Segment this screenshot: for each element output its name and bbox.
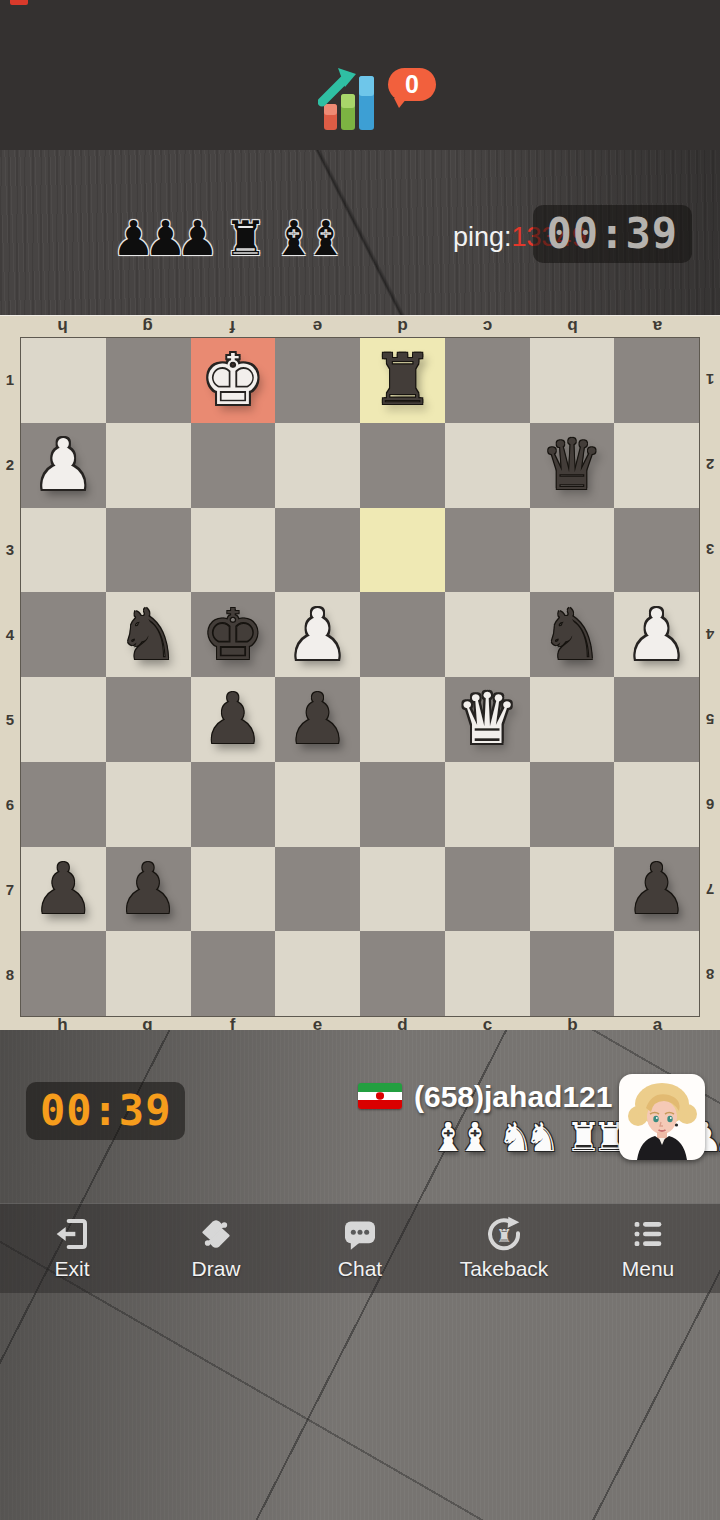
rank-labels-right: 12345678 xyxy=(700,337,720,1017)
square-c6[interactable] xyxy=(445,762,530,847)
captured-white-group-0: ♝♝ xyxy=(430,1114,484,1160)
file-label-g: g xyxy=(105,316,190,337)
rank-label-5: 5 xyxy=(0,677,20,762)
square-c5[interactable]: ♛ xyxy=(445,677,530,762)
square-b5[interactable] xyxy=(530,677,615,762)
iran-flag-icon xyxy=(358,1083,402,1109)
square-d3[interactable] xyxy=(360,508,445,593)
status-header: 0 xyxy=(0,0,720,150)
square-h2[interactable]: ♟ xyxy=(21,423,106,508)
square-f7[interactable] xyxy=(191,847,276,932)
draw-label: Draw xyxy=(191,1257,240,1281)
menu-button[interactable]: Menu xyxy=(576,1204,720,1293)
square-f6[interactable] xyxy=(191,762,276,847)
square-a5[interactable] xyxy=(614,677,699,762)
handshake-icon xyxy=(195,1214,237,1254)
file-label-f: f xyxy=(190,316,275,337)
square-g1[interactable] xyxy=(106,338,191,423)
square-b7[interactable] xyxy=(530,847,615,932)
square-f8[interactable] xyxy=(191,931,276,1016)
menu-icon xyxy=(627,1214,669,1254)
square-d1[interactable]: ♜ xyxy=(360,338,445,423)
square-h1[interactable] xyxy=(21,338,106,423)
exit-label: Exit xyxy=(54,1257,89,1281)
file-labels-top: hgfedcba xyxy=(20,316,700,337)
square-d5[interactable] xyxy=(360,677,445,762)
square-d7[interactable] xyxy=(360,847,445,932)
square-a2[interactable] xyxy=(614,423,699,508)
square-d8[interactable] xyxy=(360,931,445,1016)
rank-label-7: 7 xyxy=(700,847,720,932)
file-label-b: b xyxy=(530,316,615,337)
square-e8[interactable] xyxy=(275,931,360,1016)
square-b8[interactable] xyxy=(530,931,615,1016)
file-label-a: a xyxy=(615,316,700,337)
rank-label-2: 2 xyxy=(0,422,20,507)
bottom-toolbar: Exit Draw Chat ♜ xyxy=(0,1203,720,1293)
square-a4[interactable]: ♟ xyxy=(614,592,699,677)
rank-label-7: 7 xyxy=(0,847,20,932)
message-count-badge: 0 xyxy=(388,68,436,101)
flag-emblem xyxy=(376,1092,384,1100)
captured-white-group-2: ♜♜ xyxy=(565,1114,619,1160)
badge-count: 0 xyxy=(405,72,419,97)
rank-label-6: 6 xyxy=(700,762,720,847)
piece-wP-a4[interactable]: ♟ xyxy=(625,600,688,670)
square-b1[interactable] xyxy=(530,338,615,423)
square-f5[interactable]: ♟ xyxy=(191,677,276,762)
rank-label-4: 4 xyxy=(700,592,720,677)
captured-black-group-0: ♟♟♟ xyxy=(112,210,208,266)
svg-text:♜: ♜ xyxy=(496,1226,512,1246)
rank-label-8: 8 xyxy=(0,932,20,1017)
square-c4[interactable] xyxy=(445,592,530,677)
square-c7[interactable] xyxy=(445,847,530,932)
rank-labels-left: 12345678 xyxy=(0,337,20,1017)
rank-label-5: 5 xyxy=(700,677,720,762)
piece-bN-b4[interactable]: ♞ xyxy=(540,600,603,670)
square-e7[interactable] xyxy=(275,847,360,932)
exit-button[interactable]: Exit xyxy=(0,1204,144,1293)
square-a3[interactable] xyxy=(614,508,699,593)
square-g2[interactable] xyxy=(106,423,191,508)
square-b4[interactable]: ♞ xyxy=(530,592,615,677)
piece-bP-e5[interactable]: ♟ xyxy=(286,684,349,754)
menu-label: Menu xyxy=(622,1257,675,1281)
square-g5[interactable] xyxy=(106,677,191,762)
ping-label: ping: xyxy=(453,222,512,252)
square-d2[interactable] xyxy=(360,423,445,508)
bar-chart-arrow-icon xyxy=(318,60,384,132)
square-a1[interactable] xyxy=(614,338,699,423)
square-b2[interactable]: ♛ xyxy=(530,423,615,508)
square-a7[interactable]: ♟ xyxy=(614,847,699,932)
chat-button[interactable]: Chat xyxy=(288,1204,432,1293)
square-e5[interactable]: ♟ xyxy=(275,677,360,762)
square-h4[interactable] xyxy=(21,592,106,677)
square-e2[interactable] xyxy=(275,423,360,508)
square-f4[interactable]: ♚ xyxy=(191,592,276,677)
rank-label-3: 3 xyxy=(0,507,20,592)
avatar-portrait xyxy=(619,1074,705,1160)
square-f2[interactable] xyxy=(191,423,276,508)
square-h3[interactable] xyxy=(21,508,106,593)
flag-white-stripe xyxy=(358,1092,402,1100)
piece-bP-a7[interactable]: ♟ xyxy=(625,854,688,924)
square-g7[interactable]: ♟ xyxy=(106,847,191,932)
flag-red-stripe xyxy=(358,1100,402,1109)
takeback-icon: ♜ xyxy=(483,1214,525,1254)
piece-wK-f1[interactable]: ♚ xyxy=(201,345,264,415)
piece-bP-g7[interactable]: ♟ xyxy=(117,854,180,924)
board-grid: ♚♜♟♛♞♚♟♞♟♟♟♛♟♟♟ xyxy=(20,337,700,1017)
square-b3[interactable] xyxy=(530,508,615,593)
captured-black-group-1: ♜ xyxy=(224,210,256,266)
square-g8[interactable] xyxy=(106,931,191,1016)
piece-bN-g4[interactable]: ♞ xyxy=(117,600,180,670)
badge-tail xyxy=(394,98,407,108)
file-label-d: d xyxy=(360,316,445,337)
file-label-h: h xyxy=(20,316,105,337)
square-e4[interactable]: ♟ xyxy=(275,592,360,677)
square-h7[interactable]: ♟ xyxy=(21,847,106,932)
rank-label-2: 2 xyxy=(700,422,720,507)
player-name: (658)jahad121 xyxy=(414,1080,612,1114)
square-b6[interactable] xyxy=(530,762,615,847)
square-d4[interactable] xyxy=(360,592,445,677)
square-g6[interactable] xyxy=(106,762,191,847)
takeback-button[interactable]: ♜ Takeback xyxy=(432,1204,576,1293)
player-avatar[interactable] xyxy=(619,1074,705,1160)
exit-icon xyxy=(51,1214,93,1254)
rank-label-6: 6 xyxy=(0,762,20,847)
square-h5[interactable] xyxy=(21,677,106,762)
square-e6[interactable] xyxy=(275,762,360,847)
opponent-captured-tray: ♟♟♟♜♝♝ xyxy=(112,208,352,268)
piece-bQ-b2[interactable]: ♛ xyxy=(540,430,603,500)
file-label-c: c xyxy=(445,316,530,337)
piece-bR-d1[interactable]: ♜ xyxy=(371,345,434,415)
rank-label-8: 8 xyxy=(700,932,720,1017)
square-e3[interactable] xyxy=(275,508,360,593)
rank-label-3: 3 xyxy=(700,507,720,592)
status-notification xyxy=(10,0,28,5)
chat-label: Chat xyxy=(338,1257,382,1281)
rank-label-1: 1 xyxy=(0,337,20,422)
piece-bK-f4[interactable]: ♚ xyxy=(201,600,264,670)
chat-icon xyxy=(339,1214,381,1254)
square-c3[interactable] xyxy=(445,508,530,593)
square-a6[interactable] xyxy=(614,762,699,847)
opponent-clock: 00:39 xyxy=(533,205,692,263)
rank-label-4: 4 xyxy=(0,592,20,677)
file-label-e: e xyxy=(275,316,360,337)
captured-black-group-2: ♝♝ xyxy=(272,210,336,266)
square-a8[interactable] xyxy=(614,931,699,1016)
square-g4[interactable]: ♞ xyxy=(106,592,191,677)
rank-label-1: 1 xyxy=(700,337,720,422)
square-d6[interactable] xyxy=(360,762,445,847)
piece-wQ-c5[interactable]: ♛ xyxy=(456,684,519,754)
piece-bP-f5[interactable]: ♟ xyxy=(201,684,264,754)
square-e1[interactable] xyxy=(275,338,360,423)
piece-bP-h7[interactable]: ♟ xyxy=(32,854,95,924)
takeback-label: Takeback xyxy=(460,1257,549,1281)
square-f3[interactable] xyxy=(191,508,276,593)
player-clock: 00:39 xyxy=(26,1082,185,1140)
square-f1[interactable]: ♚ xyxy=(191,338,276,423)
piece-wP-e4[interactable]: ♟ xyxy=(286,600,349,670)
stats-chart-button[interactable]: 0 xyxy=(318,60,448,136)
app-screen: 0 ♟♟♟♜♝♝ ping:13349 00:39 hgfedcba 12345… xyxy=(0,0,720,1520)
draw-button[interactable]: Draw xyxy=(144,1204,288,1293)
square-h8[interactable] xyxy=(21,931,106,1016)
opponent-panel: ♟♟♟♜♝♝ ping:13349 00:39 xyxy=(0,150,720,315)
square-g3[interactable] xyxy=(106,508,191,593)
square-c8[interactable] xyxy=(445,931,530,1016)
captured-white-group-1: ♞♞ xyxy=(498,1114,552,1160)
square-h6[interactable] xyxy=(21,762,106,847)
chess-board: hgfedcba 12345678 ♚♜♟♛♞♚♟♞♟♟♟♛♟♟♟ 123456… xyxy=(0,315,720,1030)
square-c2[interactable] xyxy=(445,423,530,508)
flag-green-stripe xyxy=(358,1083,402,1092)
piece-wP-h2[interactable]: ♟ xyxy=(32,430,95,500)
square-c1[interactable] xyxy=(445,338,530,423)
